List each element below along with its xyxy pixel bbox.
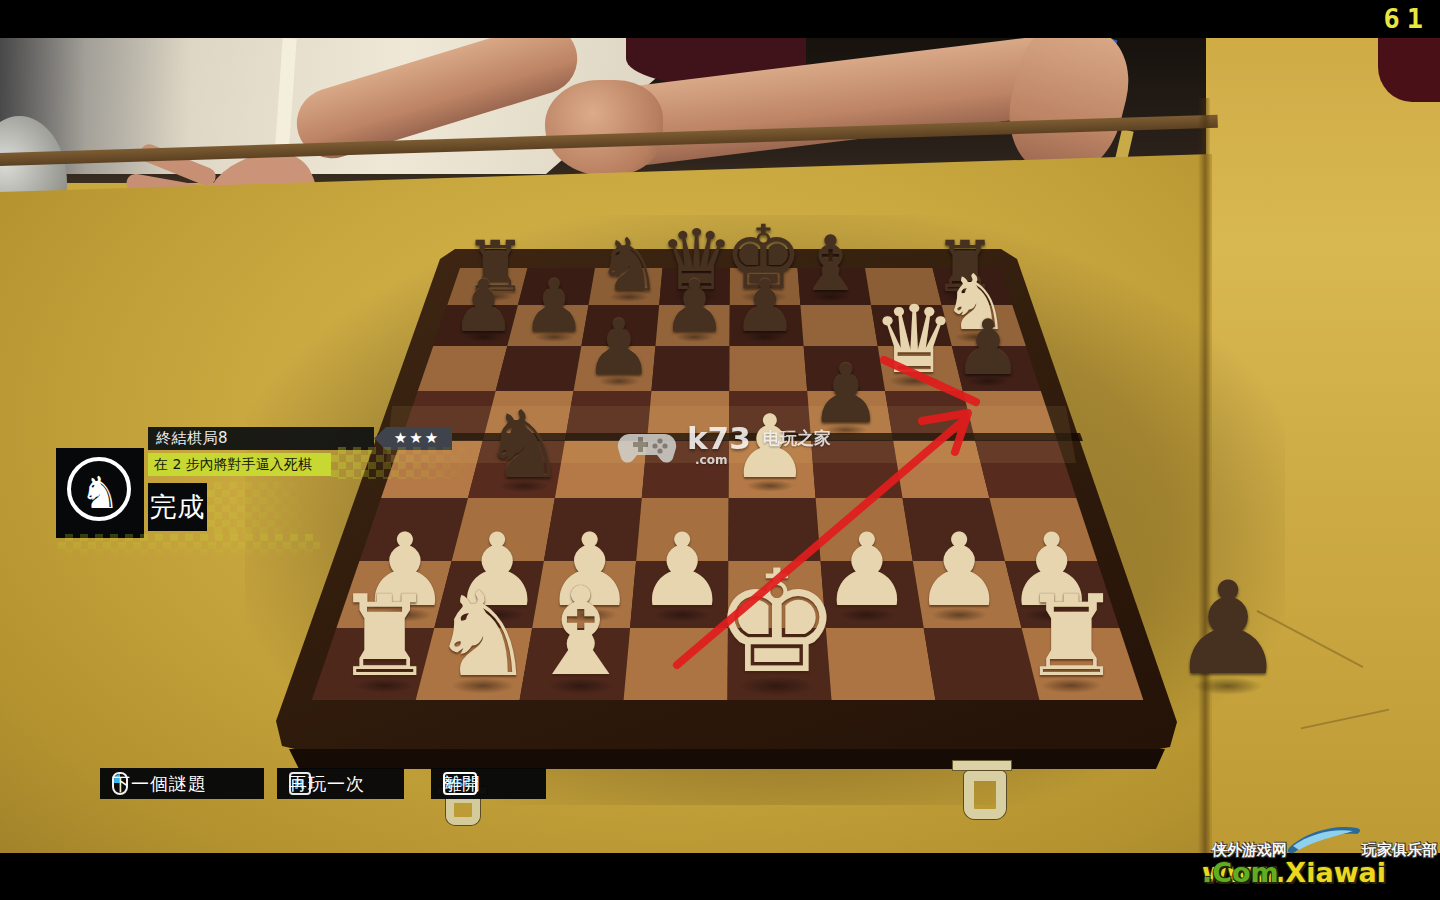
action-bar: 下一個謎題 R 再玩一次 ESC 離開: [0, 0, 1440, 900]
replay-button[interactable]: R 再玩一次: [277, 768, 404, 799]
xiawai-url-tld: .Com: [1202, 857, 1279, 888]
replay-label: 再玩一次: [289, 772, 365, 796]
fps-counter: 61: [1383, 3, 1430, 34]
next-puzzle-label: 下一個謎題: [112, 772, 207, 796]
letterbox-top: [0, 0, 1440, 38]
leave-label: 離開: [443, 772, 481, 796]
leave-button[interactable]: ESC 離開: [431, 768, 546, 799]
wave-logo-icon: [1285, 822, 1363, 858]
xiawai-watermark: 侠外游戏网 玩家俱乐部 www.Xiawai.Com: [1190, 820, 1440, 895]
screenshot-root: ♜♞♛♚♝♜♟♟♟♟♞♟♛♟♟♞♟♟♟♟♟♟♟♟♜♞♝♚♜♟ k73 电玩之家 …: [0, 0, 1440, 900]
next-puzzle-button[interactable]: 下一個謎題: [100, 768, 264, 799]
